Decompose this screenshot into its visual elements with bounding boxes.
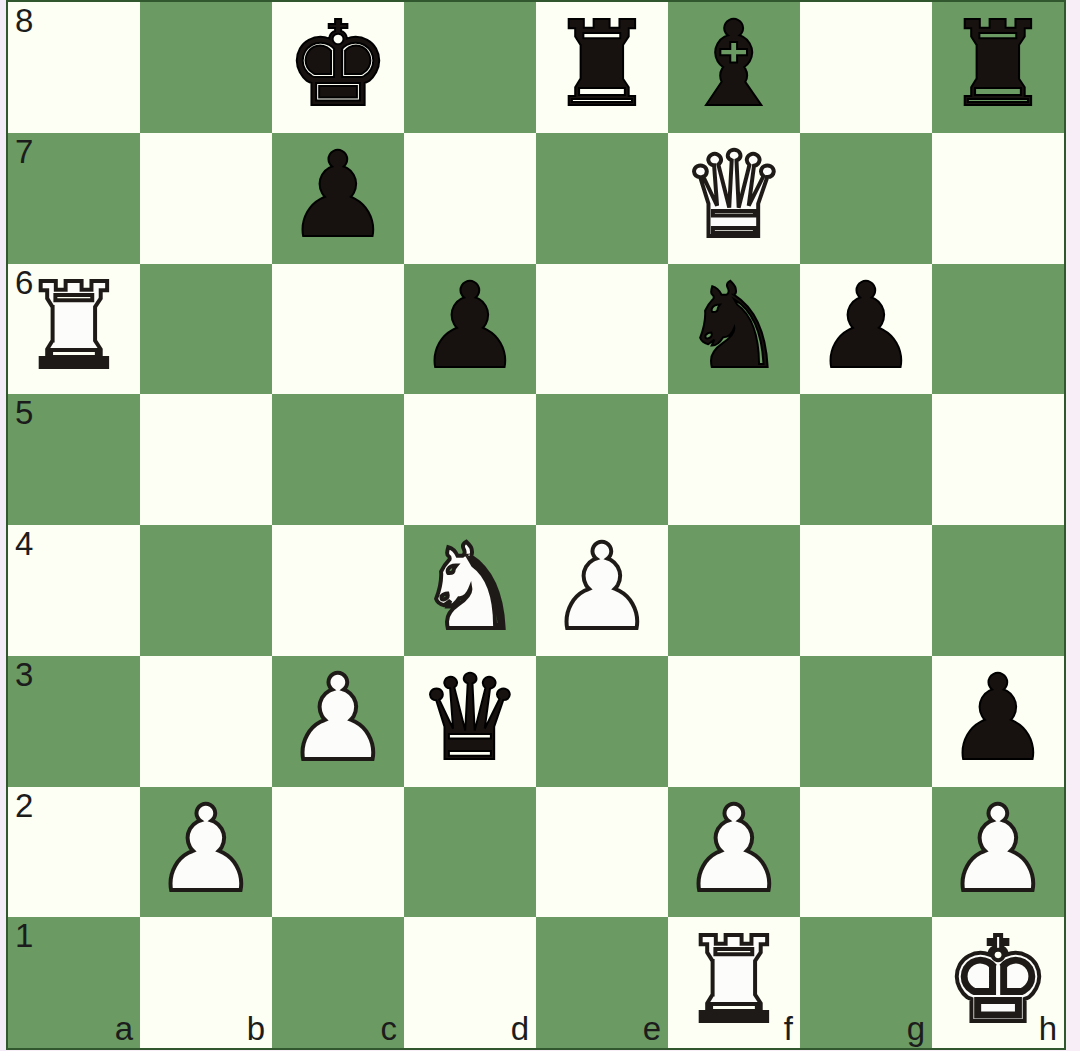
white-rook[interactable]: ♜ <box>8 264 140 395</box>
square-h4[interactable] <box>932 525 1064 656</box>
square-g7[interactable] <box>800 133 932 264</box>
square-g3[interactable] <box>800 656 932 787</box>
square-c4[interactable] <box>272 525 404 656</box>
square-d8[interactable] <box>404 2 536 133</box>
black-pawn[interactable]: ♟ <box>272 133 404 264</box>
page-root: 8♚♜♝♜7♟♛6♜♟♞♟54♞♟3♟♛♟2♟♟♟1abcdef♜gh♚ <box>0 0 1080 1058</box>
black-pawn[interactable]: ♟ <box>800 264 932 395</box>
square-f7[interactable]: ♛ <box>668 133 800 264</box>
file-label-a: a <box>115 1010 133 1048</box>
square-e4[interactable]: ♟ <box>536 525 668 656</box>
file-label-d: d <box>511 1010 529 1048</box>
square-f2[interactable]: ♟ <box>668 787 800 918</box>
square-d2[interactable] <box>404 787 536 918</box>
rank-label-5: 5 <box>15 395 33 431</box>
square-a1[interactable]: 1a <box>8 917 140 1048</box>
square-h2[interactable]: ♟ <box>932 787 1064 918</box>
square-h1[interactable]: h♚ <box>932 917 1064 1048</box>
square-b6[interactable] <box>140 264 272 395</box>
square-f6[interactable]: ♞ <box>668 264 800 395</box>
square-e5[interactable] <box>536 394 668 525</box>
square-g8[interactable] <box>800 2 932 133</box>
square-c3[interactable]: ♟ <box>272 656 404 787</box>
square-d6[interactable]: ♟ <box>404 264 536 395</box>
square-f4[interactable] <box>668 525 800 656</box>
white-queen[interactable]: ♛ <box>668 133 800 264</box>
file-label-g: g <box>907 1010 925 1048</box>
square-b8[interactable] <box>140 2 272 133</box>
square-e7[interactable] <box>536 133 668 264</box>
square-e8[interactable]: ♜ <box>536 2 668 133</box>
square-g1[interactable]: g <box>800 917 932 1048</box>
square-g4[interactable] <box>800 525 932 656</box>
black-knight[interactable]: ♞ <box>668 264 800 395</box>
square-b5[interactable] <box>140 394 272 525</box>
black-bishop[interactable]: ♝ <box>668 2 800 133</box>
black-rook[interactable]: ♜ <box>932 2 1064 133</box>
rank-label-2: 2 <box>15 788 33 824</box>
square-a7[interactable]: 7 <box>8 133 140 264</box>
square-c7[interactable]: ♟ <box>272 133 404 264</box>
black-pawn[interactable]: ♟ <box>404 264 536 395</box>
square-c5[interactable] <box>272 394 404 525</box>
square-a3[interactable]: 3 <box>8 656 140 787</box>
square-e1[interactable]: e <box>536 917 668 1048</box>
rank-label-7: 7 <box>15 134 33 170</box>
square-a8[interactable]: 8 <box>8 2 140 133</box>
white-knight[interactable]: ♞ <box>404 525 536 656</box>
black-rook[interactable]: ♜ <box>536 2 668 133</box>
white-pawn[interactable]: ♟ <box>668 787 800 918</box>
square-h7[interactable] <box>932 133 1064 264</box>
square-e3[interactable] <box>536 656 668 787</box>
file-label-e: e <box>643 1010 661 1048</box>
square-g5[interactable] <box>800 394 932 525</box>
black-queen[interactable]: ♛ <box>404 656 536 787</box>
rank-label-3: 3 <box>15 657 33 693</box>
white-pawn[interactable]: ♟ <box>140 787 272 918</box>
square-h8[interactable]: ♜ <box>932 2 1064 133</box>
square-b2[interactable]: ♟ <box>140 787 272 918</box>
white-pawn[interactable]: ♟ <box>272 656 404 787</box>
square-d1[interactable]: d <box>404 917 536 1048</box>
rank-label-4: 4 <box>15 526 33 562</box>
file-label-c: c <box>381 1010 398 1048</box>
square-a2[interactable]: 2 <box>8 787 140 918</box>
square-e6[interactable] <box>536 264 668 395</box>
square-f8[interactable]: ♝ <box>668 2 800 133</box>
square-d5[interactable] <box>404 394 536 525</box>
square-h3[interactable]: ♟ <box>932 656 1064 787</box>
square-d7[interactable] <box>404 133 536 264</box>
white-rook[interactable]: ♜ <box>668 917 800 1048</box>
square-b3[interactable] <box>140 656 272 787</box>
file-label-b: b <box>247 1010 265 1048</box>
square-a4[interactable]: 4 <box>8 525 140 656</box>
rank-label-8: 8 <box>15 3 33 39</box>
square-g2[interactable] <box>800 787 932 918</box>
square-c8[interactable]: ♚ <box>272 2 404 133</box>
square-g6[interactable]: ♟ <box>800 264 932 395</box>
square-d3[interactable]: ♛ <box>404 656 536 787</box>
square-f3[interactable] <box>668 656 800 787</box>
square-a6[interactable]: 6♜ <box>8 264 140 395</box>
white-pawn[interactable]: ♟ <box>932 787 1064 918</box>
chess-board: 8♚♜♝♜7♟♛6♜♟♞♟54♞♟3♟♛♟2♟♟♟1abcdef♜gh♚ <box>6 0 1066 1050</box>
square-f5[interactable] <box>668 394 800 525</box>
square-d4[interactable]: ♞ <box>404 525 536 656</box>
square-e2[interactable] <box>536 787 668 918</box>
square-h5[interactable] <box>932 394 1064 525</box>
white-pawn[interactable]: ♟ <box>536 525 668 656</box>
square-c1[interactable]: c <box>272 917 404 1048</box>
rank-label-1: 1 <box>15 918 33 954</box>
white-king[interactable]: ♚ <box>932 917 1064 1048</box>
square-b7[interactable] <box>140 133 272 264</box>
bottom-page-margin <box>0 1051 1080 1058</box>
square-h6[interactable] <box>932 264 1064 395</box>
black-king[interactable]: ♚ <box>272 2 404 133</box>
square-c6[interactable] <box>272 264 404 395</box>
square-a5[interactable]: 5 <box>8 394 140 525</box>
square-b1[interactable]: b <box>140 917 272 1048</box>
square-f1[interactable]: f♜ <box>668 917 800 1048</box>
square-c2[interactable] <box>272 787 404 918</box>
square-b4[interactable] <box>140 525 272 656</box>
black-pawn[interactable]: ♟ <box>932 656 1064 787</box>
